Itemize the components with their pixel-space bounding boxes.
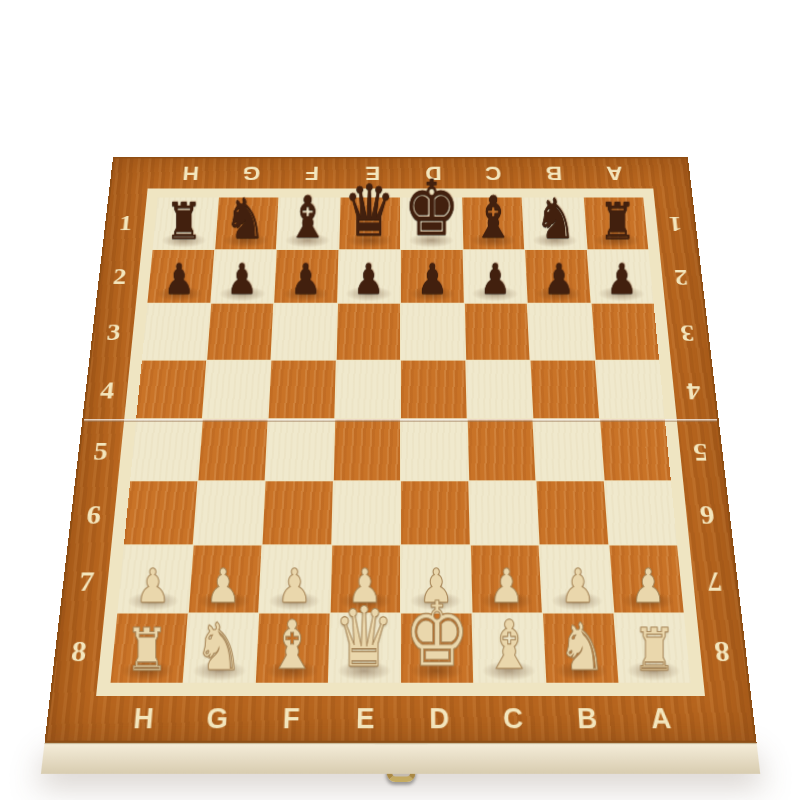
piece-black-pawn[interactable]: ♟ bbox=[353, 258, 384, 300]
piece-white-pawn[interactable]: ♟ bbox=[135, 562, 169, 609]
square-f7[interactable]: ♟ bbox=[259, 545, 330, 612]
file-labels-bottom: HGFEDCBA bbox=[104, 696, 700, 741]
product-photo-scene: HGFEDCBA HGFEDCBA 12345678 12345678 ♜♞♝♛… bbox=[0, 0, 800, 800]
square-d2[interactable]: ♟ bbox=[400, 250, 462, 303]
square-b6[interactable] bbox=[536, 481, 607, 545]
rank-label-left-7: 7 bbox=[61, 548, 111, 616]
square-c2[interactable]: ♟ bbox=[463, 250, 527, 303]
square-g7[interactable]: ♟ bbox=[188, 545, 261, 612]
piece-white-pawn[interactable]: ♟ bbox=[560, 562, 594, 609]
square-g5[interactable] bbox=[197, 419, 267, 480]
square-d1[interactable]: ♚ bbox=[400, 198, 461, 249]
piece-black-rook[interactable]: ♜ bbox=[164, 196, 201, 246]
square-a8[interactable]: ♜ bbox=[613, 613, 690, 683]
piece-black-pawn[interactable]: ♟ bbox=[543, 258, 574, 300]
square-d5[interactable] bbox=[400, 419, 467, 480]
square-a6[interactable] bbox=[604, 481, 677, 545]
square-f2[interactable]: ♟ bbox=[274, 250, 338, 303]
rank-label-right-2: 2 bbox=[659, 250, 703, 304]
square-c3[interactable] bbox=[464, 304, 529, 360]
file-label-bottom-F: F bbox=[253, 696, 329, 741]
square-h7[interactable]: ♟ bbox=[117, 545, 192, 612]
file-label-bottom-B: B bbox=[549, 696, 626, 741]
file-label-top-A: A bbox=[582, 158, 645, 188]
rank-label-left-4: 4 bbox=[84, 361, 130, 420]
piece-white-rook[interactable]: ♜ bbox=[632, 621, 675, 680]
file-labels-top: HGFEDCBA bbox=[158, 158, 645, 188]
piece-black-pawn[interactable]: ♟ bbox=[226, 258, 257, 300]
file-label-bottom-H: H bbox=[104, 696, 182, 741]
piece-black-pawn[interactable]: ♟ bbox=[163, 258, 194, 300]
square-a3[interactable] bbox=[591, 304, 659, 360]
square-b3[interactable] bbox=[527, 304, 594, 360]
square-d8[interactable]: ♚ bbox=[401, 613, 473, 683]
square-b7[interactable]: ♟ bbox=[539, 545, 612, 612]
piece-black-queen[interactable]: ♛ bbox=[343, 175, 395, 246]
rank-label-left-5: 5 bbox=[76, 421, 123, 483]
square-b4[interactable] bbox=[530, 360, 598, 418]
rank-label-left-6: 6 bbox=[69, 483, 117, 548]
square-g4[interactable] bbox=[202, 360, 270, 418]
square-f5[interactable] bbox=[265, 419, 333, 480]
file-label-bottom-D: D bbox=[402, 696, 476, 741]
piece-black-pawn[interactable]: ♟ bbox=[416, 258, 447, 300]
square-b5[interactable] bbox=[533, 419, 603, 480]
piece-black-pawn[interactable]: ♟ bbox=[290, 258, 321, 300]
board-margin: ♜♞♝♛♚♝♞♜♟♟♟♟♟♟♟♟♟♟♟♟♟♟♟♟♜♞♝♛♚♝♞♜ bbox=[96, 188, 705, 696]
square-f3[interactable] bbox=[271, 304, 336, 360]
square-e5[interactable] bbox=[333, 419, 400, 480]
square-c1[interactable]: ♝ bbox=[461, 198, 523, 249]
rank-label-right-3: 3 bbox=[665, 304, 710, 361]
square-f6[interactable] bbox=[262, 481, 332, 545]
square-a4[interactable] bbox=[595, 360, 664, 418]
square-g2[interactable]: ♟ bbox=[210, 250, 275, 303]
file-label-bottom-G: G bbox=[179, 696, 256, 741]
box-front-edge bbox=[40, 743, 759, 774]
file-label-top-H: H bbox=[158, 158, 221, 188]
rank-label-right-7: 7 bbox=[689, 548, 739, 616]
file-label-bottom-C: C bbox=[476, 696, 552, 741]
piece-white-pawn[interactable]: ♟ bbox=[631, 562, 665, 609]
square-a7[interactable]: ♟ bbox=[608, 545, 683, 612]
square-a5[interactable] bbox=[599, 419, 670, 480]
square-h8[interactable]: ♜ bbox=[110, 613, 187, 683]
square-e3[interactable] bbox=[336, 304, 400, 360]
brass-clasp-icon bbox=[372, 745, 428, 787]
square-c8[interactable]: ♝ bbox=[471, 613, 544, 683]
piece-white-rook[interactable]: ♜ bbox=[124, 621, 167, 680]
file-label-bottom-E: E bbox=[328, 696, 402, 741]
piece-white-knight[interactable]: ♞ bbox=[195, 614, 243, 679]
square-d6[interactable] bbox=[401, 481, 469, 545]
square-b2[interactable]: ♟ bbox=[525, 250, 590, 303]
piece-white-pawn[interactable]: ♟ bbox=[277, 562, 311, 609]
rank-label-right-1: 1 bbox=[654, 198, 697, 250]
square-d4[interactable] bbox=[400, 360, 465, 418]
square-e1[interactable]: ♛ bbox=[338, 198, 399, 249]
piece-black-pawn[interactable]: ♟ bbox=[480, 258, 511, 300]
rank-label-right-6: 6 bbox=[683, 483, 731, 548]
square-f8[interactable]: ♝ bbox=[255, 613, 328, 683]
clasp-loop bbox=[386, 757, 415, 782]
square-f4[interactable] bbox=[268, 360, 335, 418]
square-g1[interactable]: ♞ bbox=[214, 198, 278, 249]
square-e2[interactable]: ♟ bbox=[337, 250, 399, 303]
piece-black-knight[interactable]: ♞ bbox=[224, 190, 265, 246]
board-frame: HGFEDCBA HGFEDCBA 12345678 12345678 ♜♞♝♛… bbox=[44, 157, 756, 743]
square-h5[interactable] bbox=[130, 419, 201, 480]
piece-white-pawn[interactable]: ♟ bbox=[489, 562, 523, 609]
square-e8[interactable]: ♛ bbox=[328, 613, 400, 683]
file-label-bottom-A: A bbox=[622, 696, 700, 741]
rank-label-right-4: 4 bbox=[670, 361, 716, 420]
square-c5[interactable] bbox=[467, 419, 535, 480]
rank-label-left-3: 3 bbox=[91, 304, 136, 361]
board-grid: ♜♞♝♛♚♝♞♜♟♟♟♟♟♟♟♟♟♟♟♟♟♟♟♟♜♞♝♛♚♝♞♜ bbox=[110, 198, 690, 683]
rank-label-right-8: 8 bbox=[696, 616, 747, 687]
square-b1[interactable]: ♞ bbox=[522, 198, 586, 249]
square-c7[interactable]: ♟ bbox=[470, 545, 541, 612]
square-e4[interactable] bbox=[334, 360, 399, 418]
square-h2[interactable]: ♟ bbox=[147, 250, 213, 303]
piece-black-bishop[interactable]: ♝ bbox=[286, 189, 329, 247]
square-a2[interactable]: ♟ bbox=[587, 250, 653, 303]
rank-label-left-8: 8 bbox=[53, 616, 104, 687]
square-d3[interactable] bbox=[400, 304, 464, 360]
piece-black-king[interactable]: ♚ bbox=[403, 170, 459, 246]
rank-label-left-1: 1 bbox=[104, 198, 147, 250]
piece-white-king[interactable]: ♚ bbox=[403, 590, 469, 679]
rank-label-right-5: 5 bbox=[676, 421, 723, 483]
file-label-top-G: G bbox=[219, 158, 281, 188]
square-h1[interactable]: ♜ bbox=[152, 198, 217, 249]
square-f1[interactable]: ♝ bbox=[276, 198, 338, 249]
file-label-top-B: B bbox=[522, 158, 584, 188]
rank-label-left-2: 2 bbox=[97, 250, 141, 304]
square-c4[interactable] bbox=[465, 360, 532, 418]
piece-white-knight[interactable]: ♞ bbox=[557, 614, 605, 679]
square-h6[interactable] bbox=[123, 481, 196, 545]
piece-black-pawn[interactable]: ♟ bbox=[606, 258, 637, 300]
square-c6[interactable] bbox=[468, 481, 538, 545]
square-e6[interactable] bbox=[331, 481, 399, 545]
square-h4[interactable] bbox=[136, 360, 205, 418]
square-h3[interactable] bbox=[141, 304, 209, 360]
piece-black-bishop[interactable]: ♝ bbox=[472, 189, 515, 247]
square-g8[interactable]: ♞ bbox=[183, 613, 258, 683]
piece-white-pawn[interactable]: ♟ bbox=[206, 562, 240, 609]
clasp-hinge bbox=[372, 745, 428, 759]
piece-black-rook[interactable]: ♜ bbox=[598, 196, 635, 246]
piece-white-bishop[interactable]: ♝ bbox=[266, 612, 316, 680]
square-a1[interactable]: ♜ bbox=[583, 198, 648, 249]
piece-black-knight[interactable]: ♞ bbox=[534, 190, 575, 246]
square-b8[interactable]: ♞ bbox=[542, 613, 617, 683]
square-g3[interactable] bbox=[206, 304, 273, 360]
chess-box: HGFEDCBA HGFEDCBA 12345678 12345678 ♜♞♝♛… bbox=[40, 157, 759, 774]
piece-white-bishop[interactable]: ♝ bbox=[484, 612, 534, 680]
piece-white-queen[interactable]: ♛ bbox=[333, 597, 394, 680]
square-g6[interactable] bbox=[193, 481, 264, 545]
